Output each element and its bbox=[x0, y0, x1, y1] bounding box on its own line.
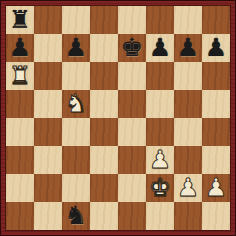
square-f3[interactable]: ♟ bbox=[146, 146, 174, 174]
square-e2[interactable] bbox=[118, 174, 146, 202]
white-pawn[interactable]: ♟ bbox=[202, 174, 230, 202]
square-b4[interactable] bbox=[34, 118, 62, 146]
black-rook[interactable]: ♜ bbox=[6, 6, 34, 34]
square-e7[interactable]: ♚ bbox=[118, 34, 146, 62]
chess-board: ♜♟♟♚♟♟♟♜♞♟♚♟♟♞ bbox=[6, 6, 230, 230]
square-c4[interactable] bbox=[62, 118, 90, 146]
black-pawn[interactable]: ♟ bbox=[202, 34, 230, 62]
square-a5[interactable] bbox=[6, 90, 34, 118]
square-g5[interactable] bbox=[174, 90, 202, 118]
square-a4[interactable] bbox=[6, 118, 34, 146]
black-pawn[interactable]: ♟ bbox=[62, 34, 90, 62]
white-king[interactable]: ♚ bbox=[146, 174, 174, 202]
square-g1[interactable] bbox=[174, 202, 202, 230]
square-a6[interactable]: ♜ bbox=[6, 62, 34, 90]
square-h3[interactable] bbox=[202, 146, 230, 174]
square-f1[interactable] bbox=[146, 202, 174, 230]
square-f8[interactable] bbox=[146, 6, 174, 34]
square-g6[interactable] bbox=[174, 62, 202, 90]
square-b5[interactable] bbox=[34, 90, 62, 118]
white-pawn[interactable]: ♟ bbox=[146, 146, 174, 174]
square-f5[interactable] bbox=[146, 90, 174, 118]
white-knight[interactable]: ♞ bbox=[62, 90, 90, 118]
square-c7[interactable]: ♟ bbox=[62, 34, 90, 62]
square-h1[interactable] bbox=[202, 202, 230, 230]
square-h5[interactable] bbox=[202, 90, 230, 118]
square-h7[interactable]: ♟ bbox=[202, 34, 230, 62]
square-a8[interactable]: ♜ bbox=[6, 6, 34, 34]
square-c2[interactable] bbox=[62, 174, 90, 202]
square-g3[interactable] bbox=[174, 146, 202, 174]
square-h2[interactable]: ♟ bbox=[202, 174, 230, 202]
square-c6[interactable] bbox=[62, 62, 90, 90]
square-b1[interactable] bbox=[34, 202, 62, 230]
square-b6[interactable] bbox=[34, 62, 62, 90]
chess-board-frame: ♜♟♟♚♟♟♟♜♞♟♚♟♟♞ bbox=[0, 0, 236, 236]
square-e8[interactable] bbox=[118, 6, 146, 34]
square-d6[interactable] bbox=[90, 62, 118, 90]
square-c5[interactable]: ♞ bbox=[62, 90, 90, 118]
square-b8[interactable] bbox=[34, 6, 62, 34]
square-h6[interactable] bbox=[202, 62, 230, 90]
square-h4[interactable] bbox=[202, 118, 230, 146]
square-a2[interactable] bbox=[6, 174, 34, 202]
square-e4[interactable] bbox=[118, 118, 146, 146]
square-f2[interactable]: ♚ bbox=[146, 174, 174, 202]
black-pawn[interactable]: ♟ bbox=[6, 34, 34, 62]
square-d8[interactable] bbox=[90, 6, 118, 34]
square-e5[interactable] bbox=[118, 90, 146, 118]
white-rook[interactable]: ♜ bbox=[6, 62, 34, 90]
square-f7[interactable]: ♟ bbox=[146, 34, 174, 62]
square-g8[interactable] bbox=[174, 6, 202, 34]
square-d7[interactable] bbox=[90, 34, 118, 62]
square-d3[interactable] bbox=[90, 146, 118, 174]
square-g2[interactable]: ♟ bbox=[174, 174, 202, 202]
square-h8[interactable] bbox=[202, 6, 230, 34]
square-g7[interactable]: ♟ bbox=[174, 34, 202, 62]
black-knight[interactable]: ♞ bbox=[62, 202, 90, 230]
square-d4[interactable] bbox=[90, 118, 118, 146]
square-a3[interactable] bbox=[6, 146, 34, 174]
square-e3[interactable] bbox=[118, 146, 146, 174]
square-b7[interactable] bbox=[34, 34, 62, 62]
square-c8[interactable] bbox=[62, 6, 90, 34]
square-c1[interactable]: ♞ bbox=[62, 202, 90, 230]
square-d1[interactable] bbox=[90, 202, 118, 230]
black-king[interactable]: ♚ bbox=[118, 34, 146, 62]
square-a1[interactable] bbox=[6, 202, 34, 230]
square-e6[interactable] bbox=[118, 62, 146, 90]
square-f6[interactable] bbox=[146, 62, 174, 90]
black-pawn[interactable]: ♟ bbox=[146, 34, 174, 62]
square-c3[interactable] bbox=[62, 146, 90, 174]
white-pawn[interactable]: ♟ bbox=[174, 174, 202, 202]
square-a7[interactable]: ♟ bbox=[6, 34, 34, 62]
square-d2[interactable] bbox=[90, 174, 118, 202]
square-g4[interactable] bbox=[174, 118, 202, 146]
square-d5[interactable] bbox=[90, 90, 118, 118]
black-pawn[interactable]: ♟ bbox=[174, 34, 202, 62]
square-b3[interactable] bbox=[34, 146, 62, 174]
square-f4[interactable] bbox=[146, 118, 174, 146]
square-e1[interactable] bbox=[118, 202, 146, 230]
square-b2[interactable] bbox=[34, 174, 62, 202]
